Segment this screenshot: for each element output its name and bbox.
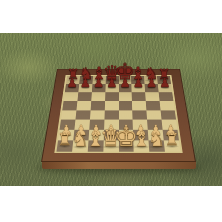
piece-white-rook[interactable]: ♜ <box>58 132 73 148</box>
piece-black-pawn[interactable]: ♟ <box>120 77 131 90</box>
piece-white-knight[interactable]: ♞ <box>148 130 165 149</box>
piece-black-pawn[interactable]: ♟ <box>93 77 104 90</box>
piece-white-rook[interactable]: ♜ <box>165 132 180 148</box>
chessboard-photo: ♜♞♝♛♚♝♞♜♟♟♟♟♟♟♟♟♟♟♟♟♟♟♟♟♜♞♝♛♚♝♞♜ <box>0 33 222 186</box>
piece-black-pawn[interactable]: ♟ <box>146 77 157 90</box>
piece-black-pawn[interactable]: ♟ <box>106 77 117 90</box>
piece-black-pawn[interactable]: ♟ <box>66 77 77 90</box>
piece-black-pawn[interactable]: ♟ <box>80 77 91 90</box>
letterboxed-photo-canvas: ♜♞♝♛♚♝♞♜♟♟♟♟♟♟♟♟♟♟♟♟♟♟♟♟♜♞♝♛♚♝♞♜ <box>0 0 222 222</box>
piece-black-pawn[interactable]: ♟ <box>133 77 144 90</box>
piece-black-pawn[interactable]: ♟ <box>159 77 170 90</box>
pieces-layer: ♜♞♝♛♚♝♞♜♟♟♟♟♟♟♟♟♟♟♟♟♟♟♟♟♜♞♝♛♚♝♞♜ <box>0 33 222 186</box>
